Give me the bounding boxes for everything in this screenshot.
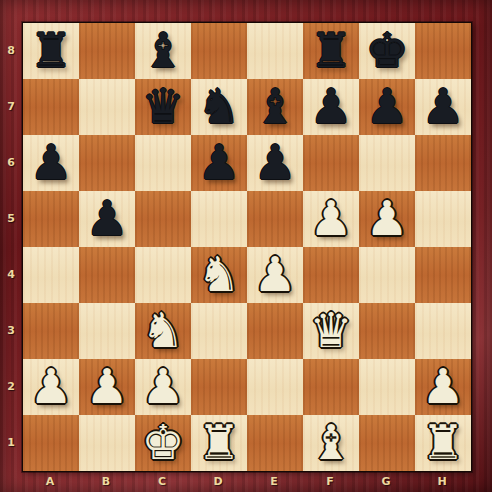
square-f1[interactable]: ♝: [303, 415, 359, 471]
square-b7[interactable]: [79, 79, 135, 135]
piece-black-pawn[interactable]: ♟: [303, 79, 359, 135]
square-f3[interactable]: ♛: [303, 303, 359, 359]
file-label-b: B: [78, 470, 134, 492]
rank-label-1: 1: [0, 414, 22, 470]
square-e3[interactable]: [247, 303, 303, 359]
square-d6[interactable]: ♟: [191, 135, 247, 191]
square-h7[interactable]: ♟: [415, 79, 471, 135]
square-f4[interactable]: [303, 247, 359, 303]
square-a6[interactable]: ♟: [23, 135, 79, 191]
rank-label-7: 7: [0, 78, 22, 134]
square-f5[interactable]: ♟: [303, 191, 359, 247]
piece-black-rook[interactable]: ♜: [303, 23, 359, 79]
square-f8[interactable]: ♜: [303, 23, 359, 79]
piece-black-pawn[interactable]: ♟: [415, 79, 471, 135]
rank-label-5: 5: [0, 190, 22, 246]
square-b3[interactable]: [79, 303, 135, 359]
piece-black-knight[interactable]: ♞: [191, 79, 247, 135]
file-labels: A B C D E F G H: [22, 470, 470, 492]
chess-board: ♜♝♜♚♛♞♝♟♟♟♟♟♟♟♟♟♞♟♞♛♟♟♟♟♚♜♝♜: [22, 22, 472, 472]
square-f7[interactable]: ♟: [303, 79, 359, 135]
square-g4[interactable]: [359, 247, 415, 303]
file-label-g: G: [358, 470, 414, 492]
square-c8[interactable]: ♝: [135, 23, 191, 79]
piece-white-rook[interactable]: ♜: [191, 415, 247, 471]
square-d8[interactable]: [191, 23, 247, 79]
piece-white-rook[interactable]: ♜: [415, 415, 471, 471]
piece-white-knight[interactable]: ♞: [191, 247, 247, 303]
piece-black-pawn[interactable]: ♟: [359, 79, 415, 135]
square-b1[interactable]: [79, 415, 135, 471]
piece-black-pawn[interactable]: ♟: [23, 135, 79, 191]
square-e4[interactable]: ♟: [247, 247, 303, 303]
square-c5[interactable]: [135, 191, 191, 247]
square-e6[interactable]: ♟: [247, 135, 303, 191]
piece-black-bishop[interactable]: ♝: [135, 23, 191, 79]
piece-black-pawn[interactable]: ♟: [191, 135, 247, 191]
square-f6[interactable]: [303, 135, 359, 191]
square-a7[interactable]: [23, 79, 79, 135]
square-d5[interactable]: [191, 191, 247, 247]
rank-label-3: 3: [0, 302, 22, 358]
square-h1[interactable]: ♜: [415, 415, 471, 471]
piece-white-pawn[interactable]: ♟: [135, 359, 191, 415]
square-h3[interactable]: [415, 303, 471, 359]
piece-black-pawn[interactable]: ♟: [247, 135, 303, 191]
square-g7[interactable]: ♟: [359, 79, 415, 135]
square-g3[interactable]: [359, 303, 415, 359]
file-label-f: F: [302, 470, 358, 492]
rank-label-2: 2: [0, 358, 22, 414]
square-d3[interactable]: [191, 303, 247, 359]
square-d7[interactable]: ♞: [191, 79, 247, 135]
piece-white-pawn[interactable]: ♟: [247, 247, 303, 303]
square-b2[interactable]: ♟: [79, 359, 135, 415]
piece-white-king[interactable]: ♚: [135, 415, 191, 471]
square-a8[interactable]: ♜: [23, 23, 79, 79]
square-b4[interactable]: [79, 247, 135, 303]
square-e7[interactable]: ♝: [247, 79, 303, 135]
board-frame: 8 7 6 5 4 3 2 1 ♜♝♜♚♛♞♝♟♟♟♟♟♟♟♟♟♞♟♞♛♟♟♟♟…: [0, 0, 492, 492]
square-b8[interactable]: [79, 23, 135, 79]
file-label-h: H: [414, 470, 470, 492]
square-a1[interactable]: [23, 415, 79, 471]
square-g8[interactable]: ♚: [359, 23, 415, 79]
square-h5[interactable]: [415, 191, 471, 247]
square-c6[interactable]: [135, 135, 191, 191]
rank-labels: 8 7 6 5 4 3 2 1: [0, 22, 22, 470]
piece-white-pawn[interactable]: ♟: [23, 359, 79, 415]
square-g1[interactable]: [359, 415, 415, 471]
square-d4[interactable]: ♞: [191, 247, 247, 303]
square-b6[interactable]: [79, 135, 135, 191]
piece-black-bishop[interactable]: ♝: [247, 79, 303, 135]
square-c3[interactable]: ♞: [135, 303, 191, 359]
square-f2[interactable]: [303, 359, 359, 415]
square-c2[interactable]: ♟: [135, 359, 191, 415]
piece-white-pawn[interactable]: ♟: [303, 191, 359, 247]
square-h2[interactable]: ♟: [415, 359, 471, 415]
rank-label-6: 6: [0, 134, 22, 190]
file-label-a: A: [22, 470, 78, 492]
square-e5[interactable]: [247, 191, 303, 247]
square-h6[interactable]: [415, 135, 471, 191]
square-g6[interactable]: [359, 135, 415, 191]
piece-black-king[interactable]: ♚: [359, 23, 415, 79]
square-a2[interactable]: ♟: [23, 359, 79, 415]
square-c7[interactable]: ♛: [135, 79, 191, 135]
piece-white-bishop[interactable]: ♝: [303, 415, 359, 471]
square-a5[interactable]: [23, 191, 79, 247]
file-label-c: C: [134, 470, 190, 492]
square-g5[interactable]: ♟: [359, 191, 415, 247]
piece-black-rook[interactable]: ♜: [23, 23, 79, 79]
square-g2[interactable]: [359, 359, 415, 415]
square-d1[interactable]: ♜: [191, 415, 247, 471]
square-b5[interactable]: ♟: [79, 191, 135, 247]
square-h4[interactable]: [415, 247, 471, 303]
piece-white-pawn[interactable]: ♟: [359, 191, 415, 247]
square-a3[interactable]: [23, 303, 79, 359]
piece-white-knight[interactable]: ♞: [135, 303, 191, 359]
piece-white-pawn[interactable]: ♟: [79, 359, 135, 415]
piece-white-queen[interactable]: ♛: [303, 303, 359, 359]
square-c1[interactable]: ♚: [135, 415, 191, 471]
piece-black-pawn[interactable]: ♟: [79, 191, 135, 247]
file-label-d: D: [190, 470, 246, 492]
square-a4[interactable]: [23, 247, 79, 303]
file-label-e: E: [246, 470, 302, 492]
rank-label-8: 8: [0, 22, 22, 78]
piece-black-queen[interactable]: ♛: [135, 79, 191, 135]
rank-label-4: 4: [0, 246, 22, 302]
square-c4[interactable]: [135, 247, 191, 303]
square-d2[interactable]: [191, 359, 247, 415]
square-e2[interactable]: [247, 359, 303, 415]
square-e1[interactable]: [247, 415, 303, 471]
piece-white-pawn[interactable]: ♟: [415, 359, 471, 415]
square-e8[interactable]: [247, 23, 303, 79]
square-h8[interactable]: [415, 23, 471, 79]
